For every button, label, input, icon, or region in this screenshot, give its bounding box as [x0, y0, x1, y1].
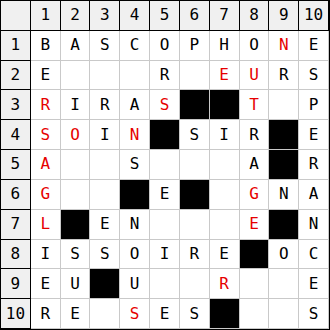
cell-r1c3[interactable]: S	[90, 31, 120, 61]
cell-r8c9[interactable]: O	[269, 240, 299, 270]
col-header-9: 9	[269, 1, 299, 31]
cell-r4c3[interactable]: I	[90, 120, 120, 150]
col-header-3: 3	[90, 1, 120, 31]
cell-r7c9-block	[269, 210, 299, 240]
cell-r1c10[interactable]: E	[299, 31, 329, 61]
cell-r5c8[interactable]: A	[240, 150, 270, 180]
cell-r6c4-block	[120, 180, 150, 210]
cell-r4c6[interactable]: S	[180, 120, 210, 150]
row-header-8: 8	[1, 240, 31, 270]
cell-r8c4[interactable]: O	[120, 240, 150, 270]
cell-r8c7[interactable]: E	[210, 240, 240, 270]
cell-r8c8-block	[240, 240, 270, 270]
cell-r10c8[interactable]	[240, 299, 270, 329]
cell-r9c6[interactable]	[180, 269, 210, 299]
cell-r5c10[interactable]: R	[299, 150, 329, 180]
col-header-8: 8	[240, 1, 270, 31]
row-header-4: 4	[1, 120, 31, 150]
row-header-9: 9	[1, 269, 31, 299]
cell-r3c10[interactable]: P	[299, 90, 329, 120]
cell-r9c3-block	[90, 269, 120, 299]
corner-cell	[1, 1, 31, 31]
cell-r7c3[interactable]: E	[90, 210, 120, 240]
col-header-7: 7	[210, 1, 240, 31]
col-header-2: 2	[61, 1, 91, 31]
cell-r7c2-block	[61, 210, 91, 240]
cell-r5c3[interactable]	[90, 150, 120, 180]
cell-r2c3[interactable]	[90, 61, 120, 91]
cell-r4c10[interactable]: E	[299, 120, 329, 150]
row-header-5: 5	[1, 150, 31, 180]
cell-r3c4[interactable]: A	[120, 90, 150, 120]
cell-r6c6-block	[180, 180, 210, 210]
cell-r3c7-block	[210, 90, 240, 120]
cell-r1c7[interactable]: H	[210, 31, 240, 61]
cell-r1c5[interactable]: O	[150, 31, 180, 61]
cell-r8c10[interactable]: C	[299, 240, 329, 270]
row-header-10: 10	[1, 299, 31, 329]
cell-r3c3[interactable]: R	[90, 90, 120, 120]
cell-r9c9[interactable]	[269, 269, 299, 299]
row-header-2: 2	[1, 61, 31, 91]
cell-r1c9[interactable]: N	[269, 31, 299, 61]
cell-r10c2[interactable]: E	[61, 299, 91, 329]
cell-r6c8[interactable]: G	[240, 180, 270, 210]
cell-r2c5[interactable]: R	[150, 61, 180, 91]
cell-r10c1[interactable]: R	[31, 299, 61, 329]
cell-r2c8[interactable]: U	[240, 61, 270, 91]
cell-r7c5[interactable]	[150, 210, 180, 240]
cell-r10c4[interactable]: S	[120, 299, 150, 329]
cell-r4c5-block	[150, 120, 180, 150]
row-header-6: 6	[1, 180, 31, 210]
crossword-board: 123456789101BASCOPHONE2EREURS3RIRASTP4SO…	[0, 0, 330, 330]
cell-r9c2[interactable]: U	[61, 269, 91, 299]
cell-r2c7[interactable]: E	[210, 61, 240, 91]
cell-r8c1[interactable]: I	[31, 240, 61, 270]
cell-r1c2[interactable]: A	[61, 31, 91, 61]
cell-r8c6[interactable]: R	[180, 240, 210, 270]
cell-r6c3[interactable]	[90, 180, 120, 210]
cell-r5c7[interactable]	[210, 150, 240, 180]
cell-r6c7[interactable]	[210, 180, 240, 210]
cell-r8c3[interactable]: S	[90, 240, 120, 270]
col-header-10: 10	[299, 1, 329, 31]
cell-r4c7[interactable]: I	[210, 120, 240, 150]
cell-r7c10[interactable]: N	[299, 210, 329, 240]
cell-r10c10[interactable]: S	[299, 299, 329, 329]
cell-r5c6[interactable]	[180, 150, 210, 180]
cell-r2c4[interactable]	[120, 61, 150, 91]
cell-r7c6[interactable]	[180, 210, 210, 240]
cell-r2c1[interactable]: E	[31, 61, 61, 91]
cell-r1c8[interactable]: O	[240, 31, 270, 61]
cell-r6c10[interactable]: A	[299, 180, 329, 210]
cell-r10c9[interactable]	[269, 299, 299, 329]
cell-r9c7[interactable]: R	[210, 269, 240, 299]
cell-r6c9[interactable]: N	[269, 180, 299, 210]
row-header-3: 3	[1, 90, 31, 120]
cell-r6c5[interactable]: E	[150, 180, 180, 210]
cell-r10c7-block	[210, 299, 240, 329]
cell-r2c10[interactable]: S	[299, 61, 329, 91]
cell-r1c1[interactable]: B	[31, 31, 61, 61]
cell-r4c1[interactable]: S	[31, 120, 61, 150]
cell-r1c6[interactable]: P	[180, 31, 210, 61]
cell-r9c5[interactable]	[150, 269, 180, 299]
cell-r3c5[interactable]: S	[150, 90, 180, 120]
cell-r5c4[interactable]: S	[120, 150, 150, 180]
row-header-1: 1	[1, 31, 31, 61]
cell-r10c3[interactable]	[90, 299, 120, 329]
col-header-1: 1	[31, 1, 61, 31]
cell-r4c8[interactable]: R	[240, 120, 270, 150]
cell-r5c2[interactable]	[61, 150, 91, 180]
col-header-5: 5	[150, 1, 180, 31]
cell-r3c1[interactable]: R	[31, 90, 61, 120]
cell-r6c1[interactable]: G	[31, 180, 61, 210]
cell-r2c9[interactable]: R	[269, 61, 299, 91]
cell-r3c9[interactable]	[269, 90, 299, 120]
cell-r9c4[interactable]: U	[120, 269, 150, 299]
cell-r4c9-block	[269, 120, 299, 150]
cell-r9c1[interactable]: E	[31, 269, 61, 299]
cell-r2c6[interactable]	[180, 61, 210, 91]
cell-r3c2[interactable]: I	[61, 90, 91, 120]
cell-r7c8[interactable]: E	[240, 210, 270, 240]
cell-r3c6-block	[180, 90, 210, 120]
cell-r10c5[interactable]: E	[150, 299, 180, 329]
cell-r5c9-block	[269, 150, 299, 180]
cell-r1c4[interactable]: C	[120, 31, 150, 61]
cell-r4c2[interactable]: O	[61, 120, 91, 150]
cell-r7c7[interactable]	[210, 210, 240, 240]
cell-r3c8[interactable]: T	[240, 90, 270, 120]
cell-r8c2[interactable]: S	[61, 240, 91, 270]
cell-r4c4[interactable]: N	[120, 120, 150, 150]
cell-r8c5[interactable]: I	[150, 240, 180, 270]
row-header-7: 7	[1, 210, 31, 240]
cell-r7c1[interactable]: L	[31, 210, 61, 240]
cell-r6c2[interactable]	[61, 180, 91, 210]
cell-r10c6[interactable]: S	[180, 299, 210, 329]
cell-r9c8[interactable]	[240, 269, 270, 299]
cell-r7c4[interactable]: N	[120, 210, 150, 240]
cell-r5c1[interactable]: A	[31, 150, 61, 180]
col-header-4: 4	[120, 1, 150, 31]
cell-r5c5[interactable]	[150, 150, 180, 180]
cell-r2c2[interactable]	[61, 61, 91, 91]
col-header-6: 6	[180, 1, 210, 31]
cell-r9c10[interactable]: E	[299, 269, 329, 299]
